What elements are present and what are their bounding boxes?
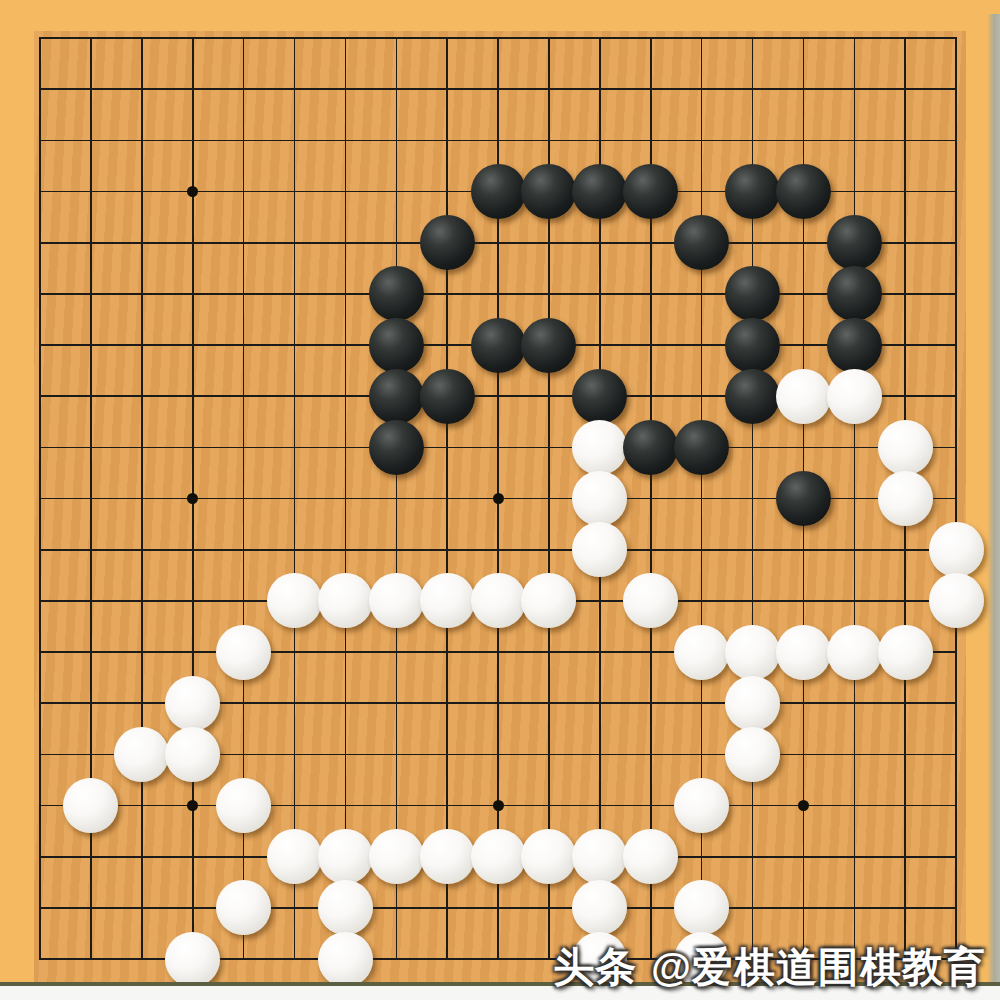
white-stone bbox=[929, 573, 984, 628]
white-stone bbox=[165, 932, 220, 987]
white-stone bbox=[572, 829, 627, 884]
black-stone bbox=[725, 369, 780, 424]
white-stone bbox=[165, 676, 220, 731]
grid-hline bbox=[39, 907, 956, 909]
white-stone bbox=[776, 369, 831, 424]
black-stone bbox=[369, 369, 424, 424]
white-stone bbox=[471, 573, 526, 628]
watermark: 头条@爱棋道围棋教育 bbox=[553, 940, 986, 995]
black-stone bbox=[623, 420, 678, 475]
watermark-handle: @爱棋道围棋教育 bbox=[651, 944, 986, 990]
white-stone bbox=[878, 420, 933, 475]
white-stone bbox=[827, 625, 882, 680]
black-stone bbox=[521, 164, 576, 219]
white-stone bbox=[216, 880, 271, 935]
white-stone bbox=[521, 829, 576, 884]
white-stone bbox=[369, 573, 424, 628]
black-stone bbox=[776, 164, 831, 219]
star-point bbox=[187, 493, 198, 504]
black-stone bbox=[369, 266, 424, 321]
star-point bbox=[187, 800, 198, 811]
black-stone bbox=[725, 266, 780, 321]
white-stone bbox=[420, 829, 475, 884]
black-stone bbox=[572, 164, 627, 219]
white-stone bbox=[267, 829, 322, 884]
white-stone bbox=[165, 727, 220, 782]
black-stone bbox=[827, 266, 882, 321]
white-stone bbox=[776, 625, 831, 680]
white-stone bbox=[572, 471, 627, 526]
black-stone bbox=[521, 318, 576, 373]
white-stone bbox=[725, 676, 780, 731]
white-stone bbox=[114, 727, 169, 782]
black-stone bbox=[776, 471, 831, 526]
white-stone bbox=[521, 573, 576, 628]
white-stone bbox=[216, 625, 271, 680]
grid-vline bbox=[854, 37, 856, 959]
white-stone bbox=[878, 471, 933, 526]
white-stone bbox=[572, 880, 627, 935]
white-stone bbox=[878, 625, 933, 680]
star-point bbox=[187, 186, 198, 197]
black-stone bbox=[725, 318, 780, 373]
black-stone bbox=[420, 215, 475, 270]
white-stone bbox=[471, 829, 526, 884]
white-stone bbox=[318, 880, 373, 935]
black-stone bbox=[674, 420, 729, 475]
white-stone bbox=[318, 932, 373, 987]
white-stone bbox=[267, 573, 322, 628]
go-board: 头条@爱棋道围棋教育 bbox=[0, 0, 1000, 1000]
white-stone bbox=[725, 625, 780, 680]
board-grid bbox=[0, 0, 1000, 1000]
black-stone bbox=[572, 369, 627, 424]
toutiao-logo-text: 头条 bbox=[553, 944, 637, 990]
black-stone bbox=[623, 164, 678, 219]
black-stone bbox=[827, 215, 882, 270]
white-stone bbox=[623, 573, 678, 628]
black-stone bbox=[420, 369, 475, 424]
white-stone bbox=[827, 369, 882, 424]
black-stone bbox=[471, 318, 526, 373]
white-stone bbox=[318, 573, 373, 628]
white-stone bbox=[674, 778, 729, 833]
star-point bbox=[493, 800, 504, 811]
black-stone bbox=[725, 164, 780, 219]
white-stone bbox=[572, 420, 627, 475]
black-stone bbox=[369, 420, 424, 475]
black-stone bbox=[471, 164, 526, 219]
white-stone bbox=[318, 829, 373, 884]
white-stone bbox=[623, 829, 678, 884]
page-edge-right bbox=[987, 14, 1000, 986]
star-point bbox=[493, 493, 504, 504]
grid-hline bbox=[39, 549, 956, 551]
white-stone bbox=[674, 880, 729, 935]
white-stone bbox=[572, 522, 627, 577]
white-stone bbox=[420, 573, 475, 628]
black-stone bbox=[827, 318, 882, 373]
white-stone bbox=[929, 522, 984, 577]
white-stone bbox=[674, 625, 729, 680]
grid-vline bbox=[955, 37, 957, 959]
black-stone bbox=[369, 318, 424, 373]
black-stone bbox=[674, 215, 729, 270]
white-stone bbox=[369, 829, 424, 884]
white-stone bbox=[725, 727, 780, 782]
star-point bbox=[798, 800, 809, 811]
white-stone bbox=[63, 778, 118, 833]
white-stone bbox=[216, 778, 271, 833]
